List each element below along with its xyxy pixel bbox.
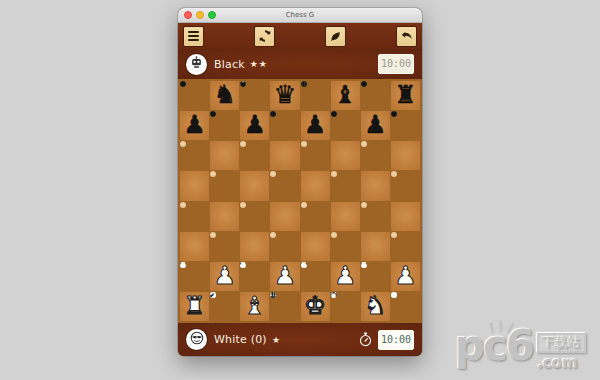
white-pawn: ♟ <box>361 262 367 268</box>
close-button[interactable] <box>184 11 192 19</box>
square-h3[interactable] <box>391 232 397 238</box>
white-bishop: ♝ <box>331 292 337 298</box>
white-pawn: ♟ <box>240 262 246 268</box>
square-d8[interactable]: ♛ <box>270 81 299 110</box>
square-e8[interactable]: ♚ <box>301 81 307 87</box>
chess-board[interactable]: ♜♞♝♛♚♝♞♜♟♟♟♟♟♟♟♟♟♟♟♟♟♟♟♟♜♞♝♛♚♝♞♜ <box>178 79 422 323</box>
square-h6[interactable] <box>391 141 420 170</box>
black-pawn: ♟ <box>391 111 397 117</box>
black-pawn: ♟ <box>364 112 386 137</box>
sparkle-icon <box>489 319 515 338</box>
undo-icon <box>400 29 414 43</box>
pc6-watermark: pc6 下载站 .com <box>455 327 586 372</box>
square-h4[interactable] <box>391 202 420 231</box>
white-player-bar: White (0) ★ 10:00 <box>178 323 422 356</box>
square-d7[interactable]: ♟ <box>270 111 276 117</box>
black-avatar <box>186 54 207 75</box>
square-c2[interactable]: ♟ <box>240 262 246 268</box>
new-game-button[interactable] <box>254 26 275 47</box>
square-f3[interactable] <box>331 232 337 238</box>
black-pawn: ♟ <box>270 111 276 117</box>
square-e2[interactable]: ♟ <box>301 262 307 268</box>
square-b5[interactable] <box>210 171 216 177</box>
square-d4[interactable] <box>270 202 299 231</box>
square-b3[interactable] <box>210 232 216 238</box>
square-d1[interactable]: ♛ <box>270 292 276 298</box>
square-e5[interactable] <box>301 171 330 200</box>
black-player-bar: Black ★★ 10:00 <box>178 49 422 79</box>
square-f5[interactable] <box>331 171 337 177</box>
menu-button[interactable] <box>183 26 204 47</box>
square-d2[interactable]: ♟ <box>270 262 299 291</box>
black-bishop: ♝ <box>240 81 246 87</box>
white-queen: ♛ <box>270 292 276 298</box>
square-d3[interactable] <box>270 232 276 238</box>
square-c7[interactable]: ♟ <box>240 111 269 140</box>
black-queen: ♛ <box>274 82 296 107</box>
square-b8[interactable]: ♞ <box>210 81 239 110</box>
square-g6[interactable] <box>361 141 367 147</box>
leaf-icon <box>329 30 342 43</box>
white-rook: ♜ <box>183 293 205 318</box>
black-rook: ♜ <box>394 82 416 107</box>
square-c3[interactable] <box>240 232 269 261</box>
black-rating-stars: ★★ <box>250 59 268 69</box>
square-g7[interactable]: ♟ <box>361 111 390 140</box>
square-g1[interactable]: ♞ <box>361 292 390 321</box>
square-f4[interactable] <box>331 202 360 231</box>
square-g2[interactable]: ♟ <box>361 262 367 268</box>
square-f2[interactable]: ♟ <box>331 262 360 291</box>
square-f8[interactable]: ♝ <box>331 81 360 110</box>
white-pawn: ♟ <box>394 263 416 288</box>
white-clock: 10:00 <box>378 330 414 350</box>
square-g3[interactable] <box>361 232 390 261</box>
hint-button[interactable] <box>325 26 346 47</box>
square-a4[interactable] <box>180 202 186 208</box>
white-rook: ♜ <box>391 292 397 298</box>
robot-icon <box>189 55 204 74</box>
toolbar <box>178 23 422 49</box>
square-e6[interactable] <box>301 141 307 147</box>
white-avatar <box>186 329 207 350</box>
square-b1[interactable]: ♞ <box>210 292 216 298</box>
black-rook: ♜ <box>180 81 186 87</box>
white-bishop: ♝ <box>244 293 266 318</box>
square-b7[interactable]: ♟ <box>210 111 216 117</box>
square-a6[interactable] <box>180 141 186 147</box>
square-e1[interactable]: ♚ <box>301 292 330 321</box>
black-king: ♚ <box>301 81 307 87</box>
square-c6[interactable] <box>240 141 246 147</box>
square-h2[interactable]: ♟ <box>391 262 420 291</box>
white-knight: ♞ <box>210 292 216 298</box>
white-rating-stars: ★ <box>272 335 281 345</box>
square-b6[interactable] <box>210 141 239 170</box>
square-g8[interactable]: ♞ <box>361 81 367 87</box>
minimize-button[interactable] <box>196 11 204 19</box>
square-h1[interactable]: ♜ <box>391 292 397 298</box>
square-e3[interactable] <box>301 232 330 261</box>
square-h8[interactable]: ♜ <box>391 81 420 110</box>
black-pawn: ♟ <box>331 111 337 117</box>
square-c1[interactable]: ♝ <box>240 292 269 321</box>
square-h7[interactable]: ♟ <box>391 111 397 117</box>
white-pawn: ♟ <box>213 263 235 288</box>
square-a7[interactable]: ♟ <box>180 111 209 140</box>
square-h5[interactable] <box>391 171 397 177</box>
black-knight: ♞ <box>361 81 367 87</box>
square-g4[interactable] <box>361 202 367 208</box>
chess-clock-icon <box>359 332 372 347</box>
window-controls <box>184 11 216 19</box>
square-a5[interactable] <box>180 171 209 200</box>
white-knight: ♞ <box>364 293 386 318</box>
hamburger-menu-icon <box>188 31 199 41</box>
square-a3[interactable] <box>180 232 209 261</box>
undo-button[interactable] <box>396 26 417 47</box>
black-pawn: ♟ <box>183 112 205 137</box>
mac-titlebar[interactable]: Chess G <box>178 8 422 23</box>
square-d5[interactable] <box>270 171 276 177</box>
zoom-button[interactable] <box>208 11 216 19</box>
face-icon <box>189 330 205 350</box>
square-f6[interactable] <box>331 141 360 170</box>
square-a2[interactable]: ♟ <box>180 262 186 268</box>
black-player-name: Black <box>214 58 245 71</box>
black-pawn: ♟ <box>210 111 216 117</box>
white-pawn: ♟ <box>301 262 307 268</box>
square-e4[interactable] <box>301 202 307 208</box>
chess-app-window: Chess G <box>178 8 422 356</box>
white-pawn: ♟ <box>180 262 186 268</box>
square-c5[interactable] <box>240 171 269 200</box>
square-c8[interactable]: ♝ <box>240 81 246 87</box>
square-f7[interactable]: ♟ <box>331 111 337 117</box>
square-b4[interactable] <box>210 202 239 231</box>
square-f1[interactable]: ♝ <box>331 292 337 298</box>
white-pawn: ♟ <box>334 263 356 288</box>
square-d6[interactable] <box>270 141 299 170</box>
square-e7[interactable]: ♟ <box>301 111 330 140</box>
black-pawn: ♟ <box>304 112 326 137</box>
white-player-name: White (0) <box>214 333 267 346</box>
watermark-suffix: .com <box>537 354 578 372</box>
square-a8[interactable]: ♜ <box>180 81 186 87</box>
black-clock: 10:00 <box>378 54 414 74</box>
refresh-icon <box>258 29 272 43</box>
watermark-badge: 下载站 <box>537 333 586 353</box>
black-knight: ♞ <box>213 82 235 107</box>
square-g5[interactable] <box>361 171 390 200</box>
square-b2[interactable]: ♟ <box>210 262 239 291</box>
square-a1[interactable]: ♜ <box>180 292 209 321</box>
square-c4[interactable] <box>240 202 246 208</box>
white-king: ♚ <box>304 293 326 318</box>
white-pawn: ♟ <box>274 263 296 288</box>
black-bishop: ♝ <box>334 82 356 107</box>
black-pawn: ♟ <box>244 112 266 137</box>
